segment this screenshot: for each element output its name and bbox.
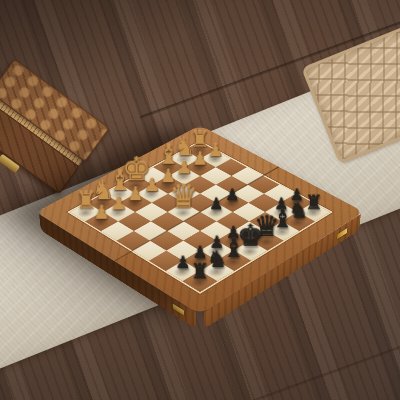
- white-pawn-b2: ♟: [192, 150, 207, 167]
- white-pawn-a2: ♟: [207, 142, 222, 159]
- white-queen-e4: ♛: [169, 180, 198, 212]
- brass-latch: [337, 228, 347, 239]
- black-rook-h8: ♜: [190, 260, 209, 281]
- white-pawn-f2: ♟: [127, 185, 143, 203]
- black-pawn-c5: ♟: [225, 187, 239, 203]
- black-pawn-h7: ♟: [175, 254, 190, 271]
- black-pawn-d5: ♟: [209, 196, 223, 212]
- brass-latch: [173, 303, 184, 315]
- photo-scene: ♜♟♟♜♞♟♟♞♝♟♟♝♟♟♛♚♟♛♟♚♝♟♟♝♞♟♟♞♜♟♟♜: [0, 0, 400, 400]
- white-pawn-g2: ♟: [110, 194, 126, 212]
- white-pawn-c2: ♟: [176, 159, 192, 176]
- white-pawn-e2: ♟: [144, 176, 160, 194]
- white-pawn-h2: ♟: [93, 203, 109, 221]
- wood-plank-seam: [217, 324, 400, 400]
